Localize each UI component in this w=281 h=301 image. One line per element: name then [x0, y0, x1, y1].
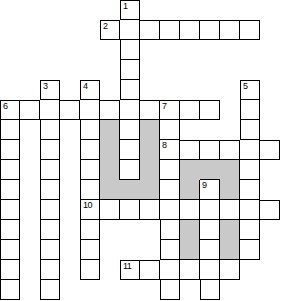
- cell-r7c9[interactable]: [180, 140, 200, 160]
- cell-r5c8[interactable]: 7: [160, 100, 180, 120]
- cell-r13c11[interactable]: [220, 260, 240, 280]
- cell-r12c4[interactable]: [80, 240, 100, 260]
- clue-number-11: 11: [123, 262, 131, 271]
- cell-r13c6[interactable]: 11: [120, 260, 140, 280]
- cell-r5c7[interactable]: [140, 100, 160, 120]
- clue-number-9: 9: [202, 181, 207, 190]
- shaded-cell-r12c11: [220, 240, 240, 260]
- cell-r6c8[interactable]: [160, 120, 180, 140]
- clue-number-2: 2: [103, 22, 108, 31]
- cell-r6c12[interactable]: [240, 120, 260, 140]
- cell-r12c12[interactable]: [240, 240, 260, 260]
- cell-r9c8[interactable]: [160, 180, 180, 200]
- shaded-cell-r9c11: [220, 180, 240, 200]
- cell-r0c6[interactable]: 1: [120, 0, 140, 20]
- shaded-cell-r7c7: [140, 140, 160, 160]
- cell-r8c0[interactable]: [0, 160, 20, 180]
- cell-r7c6[interactable]: [120, 140, 140, 160]
- cell-r8c2[interactable]: [40, 160, 60, 180]
- shaded-cell-r11c9: [180, 220, 200, 240]
- clue-number-5: 5: [243, 82, 248, 91]
- cell-r1c11[interactable]: [220, 20, 240, 40]
- cell-r6c6[interactable]: [120, 120, 140, 140]
- cell-r9c10[interactable]: 9: [200, 180, 220, 200]
- cell-r12c2[interactable]: [40, 240, 60, 260]
- cell-r9c12[interactable]: [240, 180, 260, 200]
- cell-r13c9[interactable]: [180, 260, 200, 280]
- cell-r13c8[interactable]: [160, 260, 180, 280]
- cell-r4c2[interactable]: 3: [40, 80, 60, 100]
- cell-r13c4[interactable]: [80, 260, 100, 280]
- cell-r5c12[interactable]: [240, 100, 260, 120]
- cell-r7c2[interactable]: [40, 140, 60, 160]
- cell-r6c4[interactable]: [80, 120, 100, 140]
- clue-number-3: 3: [43, 82, 48, 91]
- cell-r12c0[interactable]: [0, 240, 20, 260]
- cell-r11c4[interactable]: [80, 220, 100, 240]
- cell-r7c8[interactable]: 8: [160, 140, 180, 160]
- cell-r10c6[interactable]: [120, 200, 140, 220]
- cell-r7c0[interactable]: [0, 140, 20, 160]
- clue-number-7: 7: [162, 102, 167, 111]
- shaded-cell-r9c6: [120, 180, 140, 200]
- cell-r6c2[interactable]: [40, 120, 60, 140]
- cell-r10c7[interactable]: [140, 200, 160, 220]
- clue-number-1: 1: [123, 2, 128, 11]
- cell-r10c11[interactable]: [220, 200, 240, 220]
- shaded-cell-r9c9: [180, 180, 200, 200]
- cell-r12c10[interactable]: [200, 240, 220, 260]
- shaded-cell-r9c5: [100, 180, 120, 200]
- cell-r4c6[interactable]: [120, 80, 140, 100]
- shaded-cell-r8c10: [200, 160, 220, 180]
- cell-r7c4[interactable]: [80, 140, 100, 160]
- shaded-cell-r6c5: [100, 120, 120, 140]
- cell-r1c9[interactable]: [180, 20, 200, 40]
- shaded-cell-r8c7: [140, 160, 160, 180]
- cell-r8c12[interactable]: [240, 160, 260, 180]
- cell-r1c10[interactable]: [200, 20, 220, 40]
- cell-r4c12[interactable]: 5: [240, 80, 260, 100]
- cell-r10c10[interactable]: [200, 200, 220, 220]
- cell-r7c13[interactable]: [260, 140, 280, 160]
- clue-number-6: 6: [3, 102, 8, 111]
- cell-r1c5[interactable]: 2: [100, 20, 120, 40]
- crossword-board: 1234567891011: [0, 0, 280, 300]
- cell-r9c0[interactable]: [0, 180, 20, 200]
- cell-r5c0[interactable]: 6: [0, 100, 20, 120]
- cell-r5c1[interactable]: [20, 100, 40, 120]
- cell-r13c7[interactable]: [140, 260, 160, 280]
- cell-r4c4[interactable]: 4: [80, 80, 100, 100]
- cell-r3c6[interactable]: [120, 60, 140, 80]
- clue-number-4: 4: [83, 82, 88, 91]
- cell-r1c7[interactable]: [140, 20, 160, 40]
- cell-r9c4[interactable]: [80, 180, 100, 200]
- cell-r10c0[interactable]: [0, 200, 20, 220]
- shaded-cell-r11c11: [220, 220, 240, 240]
- shaded-cell-r8c11: [220, 160, 240, 180]
- cell-r5c2[interactable]: [40, 100, 60, 120]
- cell-r5c5[interactable]: [100, 100, 120, 120]
- cell-r11c8[interactable]: [160, 220, 180, 240]
- cell-r5c3[interactable]: [60, 100, 80, 120]
- cell-r11c12[interactable]: [240, 220, 260, 240]
- cell-r10c4[interactable]: 10: [80, 200, 100, 220]
- shaded-cell-r8c9: [180, 160, 200, 180]
- cell-r11c2[interactable]: [40, 220, 60, 240]
- cell-r11c0[interactable]: [0, 220, 20, 240]
- shaded-cell-r7c5: [100, 140, 120, 160]
- cell-r1c12[interactable]: [240, 20, 260, 40]
- cell-r1c6[interactable]: [120, 20, 140, 40]
- cell-r10c5[interactable]: [100, 200, 120, 220]
- cell-r7c10[interactable]: [200, 140, 220, 160]
- cell-r10c2[interactable]: [40, 200, 60, 220]
- cell-r13c0[interactable]: [0, 260, 20, 280]
- cell-r5c6[interactable]: [120, 100, 140, 120]
- cell-r13c10[interactable]: [200, 260, 220, 280]
- clue-number-8: 8: [162, 141, 167, 150]
- cell-r7c12[interactable]: [240, 140, 260, 160]
- cell-r8c8[interactable]: [160, 160, 180, 180]
- cell-r10c8[interactable]: [160, 200, 180, 220]
- cell-r10c13[interactable]: [260, 200, 280, 220]
- cell-r10c12[interactable]: [240, 200, 260, 220]
- shaded-cell-r8c5: [100, 160, 120, 180]
- cell-r14c0[interactable]: [0, 280, 20, 300]
- shaded-cell-r9c7: [140, 180, 160, 200]
- crossword-puzzle-page: 1234567891011: [0, 0, 281, 301]
- cell-r7c11[interactable]: [220, 140, 240, 160]
- cell-r2c6[interactable]: [120, 40, 140, 60]
- cell-r11c10[interactable]: [200, 220, 220, 240]
- cell-r12c8[interactable]: [160, 240, 180, 260]
- cell-r14c10[interactable]: [200, 280, 220, 300]
- clue-number-10: 10: [83, 201, 92, 210]
- cell-r6c0[interactable]: [0, 120, 20, 140]
- shaded-cell-r6c7: [140, 120, 160, 140]
- cell-r5c4[interactable]: [80, 100, 100, 120]
- cell-r13c2[interactable]: [40, 260, 60, 280]
- cell-r10c9[interactable]: [180, 200, 200, 220]
- shaded-cell-r12c9: [180, 240, 200, 260]
- cell-r14c2[interactable]: [40, 280, 60, 300]
- cell-r5c9[interactable]: [180, 100, 200, 120]
- cell-r14c8[interactable]: [160, 280, 180, 300]
- cell-r9c2[interactable]: [40, 180, 60, 200]
- cell-r8c6[interactable]: [120, 160, 140, 180]
- cell-r1c8[interactable]: [160, 20, 180, 40]
- cell-r5c10[interactable]: [200, 100, 220, 120]
- cell-r8c4[interactable]: [80, 160, 100, 180]
